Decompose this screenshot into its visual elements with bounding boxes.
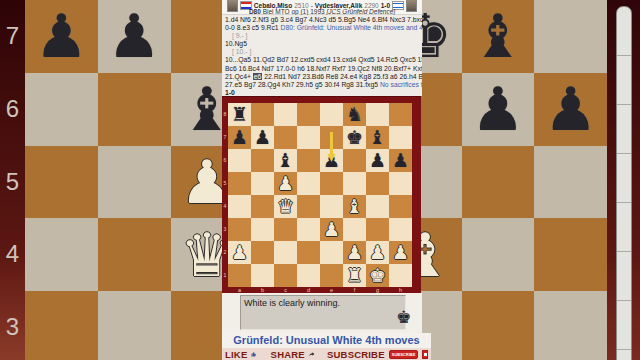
bg-square bbox=[534, 146, 607, 219]
square-d5[interactable] bbox=[297, 172, 320, 195]
square-g3[interactable] bbox=[366, 218, 389, 241]
bg-rank-label-4: 4 bbox=[0, 240, 25, 268]
rank-label-3: 3 bbox=[222, 226, 228, 232]
square-c5[interactable]: ♟ bbox=[274, 172, 297, 195]
square-c2[interactable] bbox=[274, 241, 297, 264]
white-rook: ♜ bbox=[346, 264, 363, 287]
bg-square bbox=[462, 146, 535, 219]
square-f2[interactable]: ♟ bbox=[343, 241, 366, 264]
square-g2[interactable]: ♟ bbox=[366, 241, 389, 264]
annotation-text[interactable]: D80: Grünfeld: Unusual White 4th moves a… bbox=[281, 24, 422, 31]
black-bishop: ♝ bbox=[369, 126, 386, 149]
square-b8[interactable] bbox=[251, 103, 274, 126]
notation-line[interactable]: 10.Ng5 bbox=[222, 40, 422, 48]
square-e4[interactable] bbox=[320, 195, 343, 218]
bg-square: ♟ bbox=[534, 73, 607, 146]
square-h4[interactable] bbox=[389, 195, 412, 218]
white-pawn: ♟ bbox=[323, 218, 340, 241]
square-g6[interactable]: ♟ bbox=[366, 149, 389, 172]
bg-square: ♟ bbox=[25, 0, 98, 73]
square-e6[interactable]: ♟ bbox=[320, 149, 343, 172]
square-a1[interactable] bbox=[228, 264, 251, 287]
white-player-avatar bbox=[227, 0, 238, 12]
rank-label-2: 2 bbox=[222, 249, 228, 255]
square-d1[interactable] bbox=[297, 264, 320, 287]
square-f8[interactable]: ♞ bbox=[343, 103, 366, 126]
white-pawn: ♟ bbox=[369, 241, 386, 264]
square-a7[interactable]: ♟ bbox=[228, 126, 251, 149]
bg-piece: ♟ bbox=[471, 73, 525, 145]
white-pawn: ♟ bbox=[346, 241, 363, 264]
square-a3[interactable] bbox=[228, 218, 251, 241]
move-text[interactable]: [ 9.- ] bbox=[225, 32, 248, 39]
rank-label-7: 7 bbox=[222, 134, 228, 140]
notation-line[interactable]: 0-0 8.e3 c5 9.Rc1 D80: Grünfeld: Unusual… bbox=[222, 24, 422, 32]
bg-piece: ♟ bbox=[107, 0, 161, 72]
notation-line[interactable]: [ 9.- ] bbox=[222, 32, 422, 40]
rank-label-6: 6 bbox=[222, 157, 228, 163]
bg-piece: ♟ bbox=[34, 0, 88, 72]
screenshot-stage: ♟♟♚♝♝♟♟♟♟♛♝♟ Cebalo,Miso 2510 - Vydeslav… bbox=[0, 0, 640, 360]
square-h2[interactable]: ♟ bbox=[389, 241, 412, 264]
square-f7[interactable]: ♚ bbox=[343, 126, 366, 149]
square-c6[interactable]: ♝ bbox=[274, 149, 297, 172]
square-f3[interactable] bbox=[343, 218, 366, 241]
bg-square: ♟ bbox=[462, 73, 535, 146]
subscribe-button[interactable]: SUBSCRIBE bbox=[327, 349, 385, 360]
chess-board[interactable]: ♜♞♟♟♚♝♝♟♟♟♟♛♝♟♟♟♟♟♜♚ bbox=[228, 103, 412, 287]
move-text[interactable]: 1-0 bbox=[225, 89, 235, 96]
chessbase-panel: Cebalo,Miso 2510 - Vydeslaver,Alik 2290 … bbox=[222, 0, 431, 360]
event-name: Biel MTO op (1) 1993 bbox=[263, 8, 325, 15]
bg-square bbox=[462, 218, 535, 291]
square-a6[interactable] bbox=[228, 149, 251, 172]
square-a4[interactable] bbox=[228, 195, 251, 218]
square-f1[interactable]: ♜ bbox=[343, 264, 366, 287]
white-queen: ♛ bbox=[277, 195, 294, 218]
move-text[interactable]: 1.d4 Nf6 2.Nf3 g6 3.c4 Bg7 4.Nc3 d5 5.Bg… bbox=[225, 16, 422, 23]
notation-line[interactable]: [ 10.- ] bbox=[222, 48, 422, 56]
square-b3[interactable] bbox=[251, 218, 274, 241]
square-g7[interactable]: ♝ bbox=[366, 126, 389, 149]
square-e3[interactable]: ♟ bbox=[320, 218, 343, 241]
square-e5[interactable] bbox=[320, 172, 343, 195]
rank-label-1: 1 bbox=[222, 272, 228, 278]
white-pawn: ♟ bbox=[277, 172, 294, 195]
square-d4[interactable] bbox=[297, 195, 320, 218]
square-f6[interactable] bbox=[343, 149, 366, 172]
square-h6[interactable]: ♟ bbox=[389, 149, 412, 172]
notation-line[interactable]: 27.e5 Bg7 28.Qg4 Kh7 29.h5 g5 30.f4 Rg8 … bbox=[222, 81, 422, 89]
eco-code: D80 bbox=[249, 8, 261, 15]
game-header: Cebalo,Miso 2510 - Vydeslaver,Alik 2290 … bbox=[222, 0, 422, 15]
bg-piece: ♝ bbox=[471, 0, 525, 72]
like-button[interactable]: LIKE bbox=[225, 349, 247, 360]
rank-label-4: 4 bbox=[222, 203, 228, 209]
black-bishop: ♝ bbox=[277, 149, 294, 172]
square-e8[interactable] bbox=[320, 103, 343, 126]
annotator: [JCS Grünfeld Defence] bbox=[326, 8, 395, 15]
move-text[interactable]: 0-0 8.e3 c5 9.Rc1 bbox=[225, 24, 281, 31]
white-king: ♚ bbox=[369, 264, 386, 287]
rank-label-8: 8 bbox=[222, 111, 228, 117]
bg-square: ♟ bbox=[98, 0, 171, 73]
white-pawn: ♟ bbox=[392, 241, 409, 264]
notation-line[interactable]: 21.Qc4+ e6 22.Rd1 Nd7 23.Bd6 Re8 24.e4 K… bbox=[222, 73, 422, 81]
share-arrow-icon[interactable] bbox=[309, 349, 315, 359]
notification-bell-icon[interactable] bbox=[422, 350, 428, 359]
bg-rank-label-3: 3 bbox=[0, 313, 25, 341]
bg-square bbox=[98, 73, 171, 146]
subscribe-red-button[interactable]: SUBSCRIBE bbox=[389, 350, 419, 359]
square-a8[interactable]: ♜ bbox=[228, 103, 251, 126]
board-frame: ♜♞♟♟♚♝♝♟♟♟♟♛♝♟♟♟♟♟♜♚ 87654321 abcdefgh bbox=[222, 96, 421, 294]
notation-line[interactable]: 10...Qa5 11.Qd2 Bd7 12.cxd5 cxd4 13.cxd4… bbox=[222, 56, 422, 64]
bg-square bbox=[98, 218, 171, 291]
move-text[interactable]: 21.Qc4+ bbox=[225, 73, 253, 80]
bg-square bbox=[25, 73, 98, 146]
bg-rank-label-7: 7 bbox=[0, 22, 25, 50]
square-b4[interactable] bbox=[251, 195, 274, 218]
bg-square bbox=[98, 146, 171, 219]
square-c3[interactable] bbox=[274, 218, 297, 241]
white-bishop: ♝ bbox=[346, 195, 363, 218]
square-b5[interactable] bbox=[251, 172, 274, 195]
square-c4[interactable]: ♛ bbox=[274, 195, 297, 218]
notation-line[interactable]: Bc6 16.Bc4 Nd7 17.0-0 h6 18.Nxf7 Rxf7 19… bbox=[222, 65, 422, 73]
evaluation-bar bbox=[616, 6, 632, 360]
bg-square bbox=[534, 291, 607, 360]
square-g5[interactable] bbox=[366, 172, 389, 195]
square-g4[interactable] bbox=[366, 195, 389, 218]
thumbs-up-icon[interactable] bbox=[251, 349, 257, 359]
engine-comment-box: White is clearly winning. bbox=[240, 295, 406, 330]
square-h7[interactable] bbox=[389, 126, 412, 149]
square-e7[interactable] bbox=[320, 126, 343, 149]
notation-pane[interactable]: 1.d4 Nf6 2.Nf3 g6 3.c4 Bg7 4.Nc3 d5 5.Bg… bbox=[222, 15, 422, 96]
black-knight: ♞ bbox=[346, 103, 363, 126]
move-text[interactable]: 10.Ng5 bbox=[225, 40, 247, 47]
square-d2[interactable] bbox=[297, 241, 320, 264]
square-c1[interactable] bbox=[274, 264, 297, 287]
square-a2[interactable]: ♟ bbox=[228, 241, 251, 264]
square-c8[interactable] bbox=[274, 103, 297, 126]
black-pawn: ♟ bbox=[231, 126, 248, 149]
black-king: ♚ bbox=[346, 126, 363, 149]
bg-square bbox=[534, 0, 607, 73]
engine-comment-text: White is clearly winning. bbox=[244, 298, 340, 308]
square-d8[interactable] bbox=[297, 103, 320, 126]
square-d3[interactable] bbox=[297, 218, 320, 241]
bg-rank-label-5: 5 bbox=[0, 168, 25, 196]
square-g1[interactable]: ♚ bbox=[366, 264, 389, 287]
rank-label-5: 5 bbox=[222, 180, 228, 186]
notation-line[interactable]: 1.d4 Nf6 2.Nf3 g6 3.c4 Bg7 4.Nc3 d5 5.Bg… bbox=[222, 16, 422, 24]
square-g8[interactable] bbox=[366, 103, 389, 126]
square-b6[interactable] bbox=[251, 149, 274, 172]
comment-area: White is clearly winning. ♚ bbox=[222, 293, 422, 333]
bg-square bbox=[25, 146, 98, 219]
bg-square bbox=[25, 218, 98, 291]
black-pawn: ♟ bbox=[392, 149, 409, 172]
move-text[interactable]: Bc6 16.Bc4 Nd7 17.0-0 h6 18.Nxf7 Rxf7 19… bbox=[225, 65, 422, 72]
bg-square bbox=[462, 291, 535, 360]
annotation-text[interactable]: No sacrifices found bbox=[380, 81, 422, 88]
square-a5[interactable] bbox=[228, 172, 251, 195]
video-title: Grünfeld: Unusual White 4th moves and 4 … bbox=[222, 333, 431, 348]
bg-rank-label-6: 6 bbox=[0, 95, 25, 123]
black-player-avatar bbox=[406, 0, 417, 12]
square-f5[interactable] bbox=[343, 172, 366, 195]
square-c7[interactable] bbox=[274, 126, 297, 149]
bg-piece: ♟ bbox=[544, 73, 598, 145]
square-d6[interactable] bbox=[297, 149, 320, 172]
move-text[interactable]: 27.e5 Bg7 28.Qg4 Kh7 29.h5 g5 30.f4 Rg8 … bbox=[225, 81, 380, 88]
square-f4[interactable]: ♝ bbox=[343, 195, 366, 218]
current-move[interactable]: e6 bbox=[253, 73, 263, 80]
black-pawn: ♟ bbox=[323, 149, 340, 172]
black-pawn: ♟ bbox=[254, 126, 271, 149]
square-d7[interactable] bbox=[297, 126, 320, 149]
bg-square: ♝ bbox=[462, 0, 535, 73]
black-king-icon: ♚ bbox=[396, 307, 411, 327]
share-button[interactable]: SHARE bbox=[271, 349, 305, 360]
move-text[interactable]: [ 10.- ] bbox=[225, 48, 251, 55]
square-b1[interactable] bbox=[251, 264, 274, 287]
bg-square bbox=[534, 218, 607, 291]
square-e1[interactable] bbox=[320, 264, 343, 287]
square-h1[interactable] bbox=[389, 264, 412, 287]
square-h3[interactable] bbox=[389, 218, 412, 241]
white-pawn: ♟ bbox=[231, 241, 248, 264]
move-text[interactable]: 10...Qa5 11.Qd2 Bd7 12.cxd5 cxd4 13.cxd4… bbox=[225, 56, 422, 63]
black-pawn: ♟ bbox=[369, 149, 386, 172]
square-b2[interactable] bbox=[251, 241, 274, 264]
square-b7[interactable]: ♟ bbox=[251, 126, 274, 149]
black-rook: ♜ bbox=[231, 103, 248, 126]
square-h8[interactable] bbox=[389, 103, 412, 126]
square-e2[interactable] bbox=[320, 241, 343, 264]
bg-square bbox=[25, 291, 98, 360]
square-h5[interactable] bbox=[389, 172, 412, 195]
bg-square bbox=[98, 291, 171, 360]
move-text[interactable]: 22.Rd1 Nd7 23.Bd6 Re8 24.e4 Kg8 25.f3 a6… bbox=[262, 73, 422, 80]
action-bar: LIKE SHARE SUBSCRIBE SUBSCRIBE bbox=[222, 348, 431, 360]
